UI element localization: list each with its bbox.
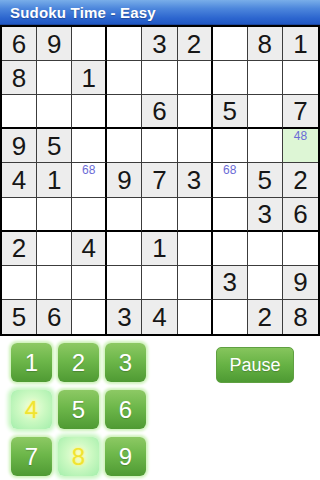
cell-r3c5[interactable]: 6	[142, 95, 177, 129]
cell-r3c2[interactable]	[37, 95, 72, 129]
app-title: Sudoku Time - Easy	[10, 4, 156, 21]
cell-value: 6	[152, 98, 166, 124]
cell-r3c3[interactable]	[72, 95, 107, 129]
cell-r4c1[interactable]: 9	[2, 129, 37, 163]
cell-value: 3	[117, 304, 131, 330]
cell-r5c4[interactable]: 9	[107, 163, 142, 197]
pencil-marks: 48	[283, 130, 318, 143]
cell-r2c8[interactable]	[248, 61, 283, 95]
cell-r6c3[interactable]	[72, 198, 107, 232]
numpad-3-button[interactable]: 3	[105, 343, 146, 382]
cell-r3c8[interactable]	[248, 95, 283, 129]
cell-value: 1	[293, 31, 307, 57]
numpad-2-button[interactable]: 2	[58, 343, 99, 382]
cell-r2c6[interactable]	[178, 61, 213, 95]
cell-r9c3[interactable]	[72, 300, 107, 334]
cell-value: 8	[258, 31, 272, 57]
cell-value: 3	[152, 31, 166, 57]
cell-r5c1[interactable]: 4	[2, 163, 37, 197]
cell-r5c7[interactable]: 68	[213, 163, 248, 197]
cell-r6c2[interactable]	[37, 198, 72, 232]
cell-value: 1	[152, 235, 166, 261]
cell-r8c1[interactable]	[2, 266, 37, 300]
cell-r4c5[interactable]	[142, 129, 177, 163]
cell-r5c2[interactable]: 1	[37, 163, 72, 197]
cell-r9c6[interactable]	[178, 300, 213, 334]
cell-r6c4[interactable]	[107, 198, 142, 232]
cell-r1c4[interactable]	[107, 27, 142, 61]
cell-value: 7	[152, 167, 166, 193]
cell-r7c2[interactable]	[37, 232, 72, 266]
cell-r2c9[interactable]	[283, 61, 318, 95]
cell-r3c1[interactable]	[2, 95, 37, 129]
cell-r3c4[interactable]	[107, 95, 142, 129]
cell-r2c3[interactable]: 1	[72, 61, 107, 95]
cell-r8c9[interactable]: 9	[283, 266, 318, 300]
cell-value: 2	[12, 235, 26, 261]
cell-value: 9	[47, 31, 61, 57]
cell-value: 2	[187, 31, 201, 57]
cell-r8c5[interactable]	[142, 266, 177, 300]
cell-r5c3[interactable]: 68	[72, 163, 107, 197]
cell-r1c8[interactable]: 8	[248, 27, 283, 61]
cell-r9c1[interactable]: 5	[2, 300, 37, 334]
cell-r1c7[interactable]	[213, 27, 248, 61]
cell-value: 4	[12, 167, 26, 193]
cell-value: 9	[293, 269, 307, 295]
app-screen: Sudoku Time - Easy 693281816579548416897…	[0, 0, 320, 480]
cell-value: 8	[12, 65, 26, 91]
cell-r4c7[interactable]	[213, 129, 248, 163]
cell-r6c1[interactable]	[2, 198, 37, 232]
cell-r7c4[interactable]	[107, 232, 142, 266]
sudoku-board: 693281816579548416897368523624139563428	[0, 25, 320, 336]
cell-r1c3[interactable]	[72, 27, 107, 61]
cell-r2c4[interactable]	[107, 61, 142, 95]
numpad-5-button[interactable]: 5	[58, 390, 99, 429]
pencil-marks: 68	[213, 164, 247, 177]
numpad-9-button[interactable]: 9	[105, 437, 146, 476]
cell-r6c7[interactable]	[213, 198, 248, 232]
cell-value: 6	[47, 304, 61, 330]
cell-r7c8[interactable]	[248, 232, 283, 266]
title-bar: Sudoku Time - Easy	[0, 0, 320, 25]
cell-r7c3[interactable]: 4	[72, 232, 107, 266]
numpad-7-button[interactable]: 7	[11, 437, 52, 476]
numpad-1-button[interactable]: 1	[11, 343, 52, 382]
cell-value: 3	[187, 167, 201, 193]
cell-value: 9	[12, 133, 26, 159]
cell-r1c9[interactable]: 1	[283, 27, 318, 61]
cell-r7c1[interactable]: 2	[2, 232, 37, 266]
cell-r3c7[interactable]: 5	[213, 95, 248, 129]
cell-r4c2[interactable]: 5	[37, 129, 72, 163]
pencil-marks: 68	[72, 164, 105, 177]
cell-value: 3	[222, 269, 236, 295]
cell-r9c5[interactable]: 4	[142, 300, 177, 334]
cell-r1c2[interactable]: 9	[37, 27, 72, 61]
cell-value: 4	[152, 304, 166, 330]
cell-value: 5	[222, 98, 236, 124]
cell-r7c5[interactable]: 1	[142, 232, 177, 266]
cell-r7c6[interactable]	[178, 232, 213, 266]
cell-r4c9[interactable]: 48	[283, 129, 318, 163]
cell-r8c7[interactable]: 3	[213, 266, 248, 300]
cell-r6c8[interactable]: 3	[248, 198, 283, 232]
cell-r6c5[interactable]	[142, 198, 177, 232]
cell-r1c6[interactable]: 2	[178, 27, 213, 61]
cell-r9c7[interactable]	[213, 300, 248, 334]
pause-button[interactable]: Pause	[216, 347, 294, 383]
cell-r8c3[interactable]	[72, 266, 107, 300]
cell-r4c8[interactable]	[248, 129, 283, 163]
cell-r8c6[interactable]	[178, 266, 213, 300]
cell-value: 3	[258, 201, 272, 227]
cell-r3c6[interactable]	[178, 95, 213, 129]
cell-r2c1[interactable]: 8	[2, 61, 37, 95]
numpad-8-button[interactable]: 8	[58, 437, 99, 476]
cell-value: 8	[293, 304, 307, 330]
number-pad: 123456789	[11, 343, 146, 476]
cell-r8c2[interactable]	[37, 266, 72, 300]
cell-r1c1[interactable]: 6	[2, 27, 37, 61]
cell-r9c2[interactable]: 6	[37, 300, 72, 334]
cell-r2c7[interactable]	[213, 61, 248, 95]
cell-r2c5[interactable]	[142, 61, 177, 95]
cell-r8c8[interactable]	[248, 266, 283, 300]
cell-r4c3[interactable]	[72, 129, 107, 163]
cell-value: 2	[293, 167, 307, 193]
cell-r6c6[interactable]	[178, 198, 213, 232]
cell-r7c7[interactable]	[213, 232, 248, 266]
cell-r8c4[interactable]	[107, 266, 142, 300]
cell-r2c2[interactable]	[37, 61, 72, 95]
cell-r1c5[interactable]: 3	[142, 27, 177, 61]
cell-value: 2	[258, 304, 272, 330]
cell-r3c9[interactable]: 7	[283, 95, 318, 129]
cell-value: 5	[12, 304, 26, 330]
cell-r7c9[interactable]	[283, 232, 318, 266]
cell-value: 4	[82, 235, 96, 261]
cell-value: 6	[293, 201, 307, 227]
cell-r4c6[interactable]	[178, 129, 213, 163]
cell-value: 5	[47, 133, 61, 159]
cell-value: 9	[117, 167, 131, 193]
cell-r6c9[interactable]: 6	[283, 198, 318, 232]
numpad-6-button[interactable]: 6	[105, 390, 146, 429]
cell-value: 1	[82, 65, 96, 91]
cell-value: 6	[12, 31, 26, 57]
cell-r5c9[interactable]: 2	[283, 163, 318, 197]
cell-r9c4[interactable]: 3	[107, 300, 142, 334]
cell-value: 5	[258, 167, 272, 193]
cell-r5c6[interactable]: 3	[178, 163, 213, 197]
cell-value: 1	[47, 167, 61, 193]
numpad-4-button[interactable]: 4	[11, 390, 52, 429]
cell-r4c4[interactable]	[107, 129, 142, 163]
cell-r9c8[interactable]: 2	[248, 300, 283, 334]
cell-r5c5[interactable]: 7	[142, 163, 177, 197]
cell-r5c8[interactable]: 5	[248, 163, 283, 197]
cell-r9c9[interactable]: 8	[283, 300, 318, 334]
cell-value: 7	[293, 98, 307, 124]
